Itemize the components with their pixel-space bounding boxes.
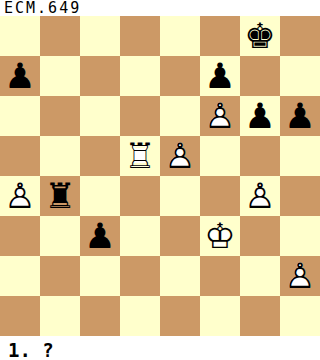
- white-pawn-fill: ♟: [200, 96, 240, 136]
- square-d6[interactable]: [120, 96, 160, 136]
- black-pawn: ♟: [280, 96, 320, 136]
- square-d4[interactable]: [120, 176, 160, 216]
- chess-diagram-page: ECM.649 ♚♟♟♟♙♟♟♜♖♟♙♟♙♜♟♙♟♚♔♟♙ 1. ?: [0, 0, 320, 360]
- square-d7[interactable]: [120, 56, 160, 96]
- white-pawn: ♙: [160, 136, 200, 176]
- diagram-title: ECM.649: [0, 0, 320, 16]
- square-h3[interactable]: [280, 216, 320, 256]
- square-b4[interactable]: ♜: [40, 176, 80, 216]
- square-a2[interactable]: [0, 256, 40, 296]
- square-f4[interactable]: [200, 176, 240, 216]
- square-d5[interactable]: ♜♖: [120, 136, 160, 176]
- white-rook: ♖: [120, 136, 160, 176]
- white-king: ♔: [200, 216, 240, 256]
- square-e2[interactable]: [160, 256, 200, 296]
- square-e7[interactable]: [160, 56, 200, 96]
- square-c5[interactable]: [80, 136, 120, 176]
- chess-board: ♚♟♟♟♙♟♟♜♖♟♙♟♙♜♟♙♟♚♔♟♙: [0, 16, 320, 336]
- square-d1[interactable]: [120, 296, 160, 336]
- square-h8[interactable]: [280, 16, 320, 56]
- square-a6[interactable]: [0, 96, 40, 136]
- move-prompt: 1. ?: [0, 336, 320, 360]
- white-pawn: ♙: [240, 176, 280, 216]
- white-pawn-fill: ♟: [160, 136, 200, 176]
- square-c7[interactable]: [80, 56, 120, 96]
- square-g8[interactable]: ♚: [240, 16, 280, 56]
- square-c3[interactable]: ♟: [80, 216, 120, 256]
- square-d2[interactable]: [120, 256, 160, 296]
- square-h2[interactable]: ♟♙: [280, 256, 320, 296]
- square-e3[interactable]: [160, 216, 200, 256]
- black-king: ♚: [240, 16, 280, 56]
- square-g7[interactable]: [240, 56, 280, 96]
- black-rook: ♜: [40, 176, 80, 216]
- square-b1[interactable]: [40, 296, 80, 336]
- square-a7[interactable]: ♟: [0, 56, 40, 96]
- square-g2[interactable]: [240, 256, 280, 296]
- square-a8[interactable]: [0, 16, 40, 56]
- white-pawn: ♙: [0, 176, 40, 216]
- square-h4[interactable]: [280, 176, 320, 216]
- square-d3[interactable]: [120, 216, 160, 256]
- square-g5[interactable]: [240, 136, 280, 176]
- square-c8[interactable]: [80, 16, 120, 56]
- square-h6[interactable]: ♟: [280, 96, 320, 136]
- square-b3[interactable]: [40, 216, 80, 256]
- square-a4[interactable]: ♟♙: [0, 176, 40, 216]
- square-c2[interactable]: [80, 256, 120, 296]
- white-pawn: ♙: [200, 96, 240, 136]
- white-pawn: ♙: [280, 256, 320, 296]
- square-e5[interactable]: ♟♙: [160, 136, 200, 176]
- square-f3[interactable]: ♚♔: [200, 216, 240, 256]
- square-d8[interactable]: [120, 16, 160, 56]
- black-pawn: ♟: [0, 56, 40, 96]
- square-g3[interactable]: [240, 216, 280, 256]
- square-f2[interactable]: [200, 256, 240, 296]
- square-h1[interactable]: [280, 296, 320, 336]
- black-pawn: ♟: [240, 96, 280, 136]
- square-e6[interactable]: [160, 96, 200, 136]
- square-h5[interactable]: [280, 136, 320, 176]
- square-b6[interactable]: [40, 96, 80, 136]
- white-rook-fill: ♜: [120, 136, 160, 176]
- square-a1[interactable]: [0, 296, 40, 336]
- black-pawn: ♟: [80, 216, 120, 256]
- square-f7[interactable]: ♟: [200, 56, 240, 96]
- square-c4[interactable]: [80, 176, 120, 216]
- square-f5[interactable]: [200, 136, 240, 176]
- square-a5[interactable]: [0, 136, 40, 176]
- square-h7[interactable]: [280, 56, 320, 96]
- square-e8[interactable]: [160, 16, 200, 56]
- square-f6[interactable]: ♟♙: [200, 96, 240, 136]
- square-b7[interactable]: [40, 56, 80, 96]
- square-f1[interactable]: [200, 296, 240, 336]
- square-b5[interactable]: [40, 136, 80, 176]
- black-pawn: ♟: [200, 56, 240, 96]
- square-f8[interactable]: [200, 16, 240, 56]
- white-pawn-fill: ♟: [280, 256, 320, 296]
- square-e1[interactable]: [160, 296, 200, 336]
- white-king-fill: ♚: [200, 216, 240, 256]
- white-pawn-fill: ♟: [0, 176, 40, 216]
- white-pawn-fill: ♟: [240, 176, 280, 216]
- square-g4[interactable]: ♟♙: [240, 176, 280, 216]
- square-c6[interactable]: [80, 96, 120, 136]
- square-b2[interactable]: [40, 256, 80, 296]
- square-e4[interactable]: [160, 176, 200, 216]
- square-b8[interactable]: [40, 16, 80, 56]
- square-a3[interactable]: [0, 216, 40, 256]
- square-c1[interactable]: [80, 296, 120, 336]
- square-g6[interactable]: ♟: [240, 96, 280, 136]
- square-g1[interactable]: [240, 296, 280, 336]
